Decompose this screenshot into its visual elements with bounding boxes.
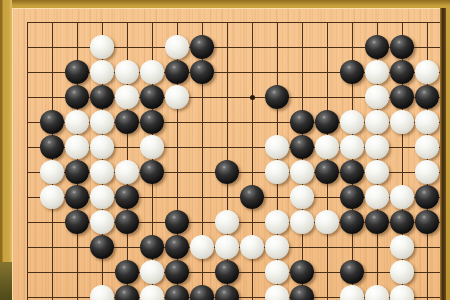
white-stone bbox=[315, 135, 339, 159]
white-stone bbox=[290, 210, 314, 234]
white-stone bbox=[115, 85, 139, 109]
black-stone bbox=[315, 160, 339, 184]
white-stone bbox=[390, 185, 414, 209]
white-stone bbox=[415, 160, 439, 184]
white-stone bbox=[315, 210, 339, 234]
black-stone bbox=[190, 285, 214, 300]
black-stone bbox=[340, 210, 364, 234]
star-point bbox=[250, 95, 255, 100]
white-stone bbox=[165, 85, 189, 109]
white-stone bbox=[140, 260, 164, 284]
white-stone bbox=[340, 285, 364, 300]
white-stone bbox=[140, 135, 164, 159]
white-stone bbox=[65, 110, 89, 134]
black-stone bbox=[140, 85, 164, 109]
white-stone bbox=[365, 85, 389, 109]
black-stone bbox=[240, 185, 264, 209]
black-stone bbox=[315, 110, 339, 134]
white-stone bbox=[390, 260, 414, 284]
black-stone bbox=[390, 210, 414, 234]
white-stone bbox=[415, 60, 439, 84]
black-stone bbox=[40, 135, 64, 159]
black-stone bbox=[415, 185, 439, 209]
black-stone bbox=[365, 35, 389, 59]
black-stone bbox=[90, 85, 114, 109]
white-stone bbox=[40, 160, 64, 184]
white-stone bbox=[90, 210, 114, 234]
black-stone bbox=[290, 260, 314, 284]
white-stone bbox=[90, 135, 114, 159]
black-stone bbox=[65, 210, 89, 234]
white-stone bbox=[115, 60, 139, 84]
black-stone bbox=[90, 235, 114, 259]
black-stone bbox=[290, 285, 314, 300]
black-stone bbox=[165, 60, 189, 84]
white-stone bbox=[265, 160, 289, 184]
white-stone bbox=[90, 35, 114, 59]
board-right-edge-shadow bbox=[440, 8, 446, 300]
table-background-left bbox=[0, 0, 12, 300]
white-stone bbox=[365, 110, 389, 134]
white-stone bbox=[215, 235, 239, 259]
black-stone bbox=[340, 160, 364, 184]
black-stone bbox=[415, 85, 439, 109]
white-stone bbox=[90, 285, 114, 300]
grid-line-horizontal bbox=[27, 22, 440, 23]
white-stone bbox=[415, 110, 439, 134]
white-stone bbox=[365, 185, 389, 209]
black-stone bbox=[390, 60, 414, 84]
grid-line-vertical bbox=[27, 22, 28, 300]
white-stone bbox=[165, 35, 189, 59]
black-stone bbox=[115, 260, 139, 284]
white-stone bbox=[290, 160, 314, 184]
go-board[interactable] bbox=[12, 8, 441, 300]
black-stone bbox=[115, 185, 139, 209]
black-stone bbox=[140, 160, 164, 184]
white-stone bbox=[390, 285, 414, 300]
black-stone bbox=[65, 60, 89, 84]
white-stone bbox=[265, 235, 289, 259]
black-stone bbox=[65, 85, 89, 109]
black-stone bbox=[390, 35, 414, 59]
black-stone bbox=[115, 110, 139, 134]
black-stone bbox=[115, 285, 139, 300]
white-stone bbox=[90, 110, 114, 134]
white-stone bbox=[365, 135, 389, 159]
white-stone bbox=[340, 110, 364, 134]
black-stone bbox=[115, 210, 139, 234]
white-stone bbox=[415, 135, 439, 159]
white-stone bbox=[265, 260, 289, 284]
black-stone bbox=[290, 135, 314, 159]
black-stone bbox=[215, 260, 239, 284]
white-stone bbox=[190, 235, 214, 259]
black-stone bbox=[140, 235, 164, 259]
white-stone bbox=[115, 160, 139, 184]
white-stone bbox=[90, 60, 114, 84]
white-stone bbox=[365, 60, 389, 84]
white-stone bbox=[365, 160, 389, 184]
white-stone bbox=[215, 210, 239, 234]
black-stone bbox=[165, 285, 189, 300]
table-background-corner bbox=[0, 262, 12, 300]
black-stone bbox=[215, 285, 239, 300]
black-stone bbox=[340, 185, 364, 209]
white-stone bbox=[365, 285, 389, 300]
black-stone bbox=[165, 235, 189, 259]
black-stone bbox=[365, 210, 389, 234]
white-stone bbox=[140, 285, 164, 300]
white-stone bbox=[90, 185, 114, 209]
white-stone bbox=[265, 210, 289, 234]
white-stone bbox=[265, 285, 289, 300]
white-stone bbox=[290, 185, 314, 209]
white-stone bbox=[90, 160, 114, 184]
black-stone bbox=[140, 110, 164, 134]
black-stone bbox=[165, 210, 189, 234]
black-stone bbox=[65, 160, 89, 184]
white-stone bbox=[140, 60, 164, 84]
white-stone bbox=[265, 135, 289, 159]
black-stone bbox=[65, 185, 89, 209]
white-stone bbox=[340, 135, 364, 159]
black-stone bbox=[415, 210, 439, 234]
black-stone bbox=[190, 35, 214, 59]
white-stone bbox=[65, 135, 89, 159]
black-stone bbox=[340, 60, 364, 84]
white-stone bbox=[40, 185, 64, 209]
black-stone bbox=[40, 110, 64, 134]
white-stone bbox=[390, 235, 414, 259]
black-stone bbox=[340, 260, 364, 284]
black-stone bbox=[265, 85, 289, 109]
black-stone bbox=[165, 260, 189, 284]
black-stone bbox=[190, 60, 214, 84]
white-stone bbox=[390, 110, 414, 134]
white-stone bbox=[240, 235, 264, 259]
go-game-screenshot bbox=[0, 0, 450, 300]
black-stone bbox=[390, 85, 414, 109]
black-stone bbox=[215, 160, 239, 184]
black-stone bbox=[290, 110, 314, 134]
